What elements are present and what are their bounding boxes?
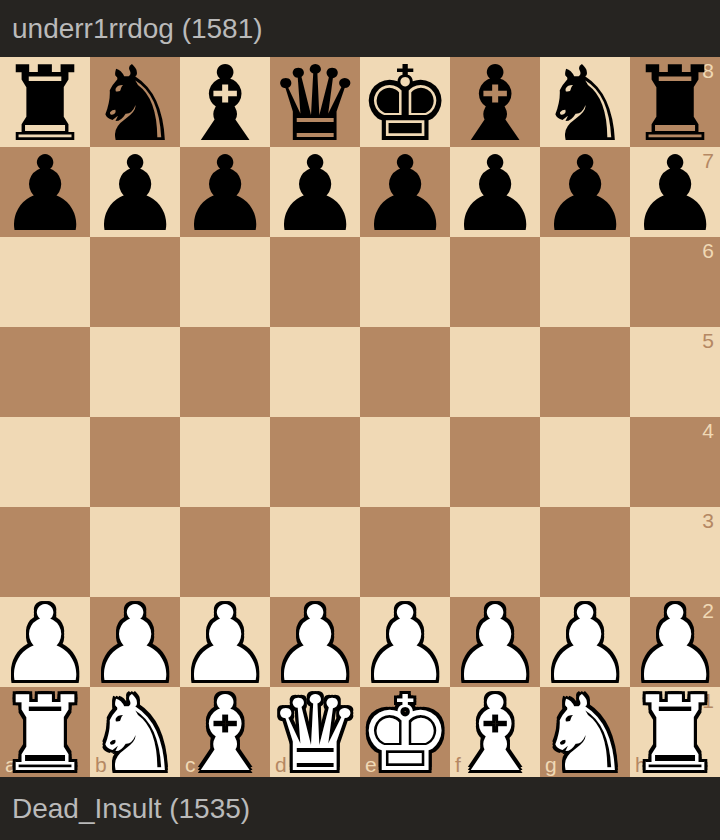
square-h4[interactable]: 4	[630, 417, 720, 507]
square-h7[interactable]: 7♟	[630, 147, 720, 237]
square-g4[interactable]	[540, 417, 630, 507]
square-c6[interactable]	[180, 237, 270, 327]
player-top-label: underr1rrdog (1581)	[12, 13, 263, 45]
square-a1[interactable]: a♜	[0, 687, 90, 777]
square-c5[interactable]	[180, 327, 270, 417]
black-pawn[interactable]: ♟	[628, 149, 720, 239]
square-g6[interactable]	[540, 237, 630, 327]
square-b7[interactable]: ♟	[90, 147, 180, 237]
square-g1[interactable]: g♞	[540, 687, 630, 777]
black-pawn[interactable]: ♟	[358, 149, 451, 239]
square-c1[interactable]: c♝	[180, 687, 270, 777]
square-d5[interactable]	[270, 327, 360, 417]
player-bottom-label: Dead_Insult (1535)	[12, 793, 250, 825]
square-g5[interactable]	[540, 327, 630, 417]
white-king[interactable]: ♚	[358, 689, 451, 779]
square-f5[interactable]	[450, 327, 540, 417]
black-pawn[interactable]: ♟	[0, 149, 92, 239]
square-f6[interactable]	[450, 237, 540, 327]
square-f4[interactable]	[450, 417, 540, 507]
white-queen[interactable]: ♛	[268, 689, 361, 779]
chess-board: ♜♞♝♛♚♝♞8♜♟♟♟♟♟♟♟7♟6543♟♟♟♟♟♟♟2♟a♜b♞c♝d♛e…	[0, 57, 720, 777]
white-rook[interactable]: ♜	[0, 689, 92, 779]
square-h1[interactable]: 1h♜	[630, 687, 720, 777]
white-bishop[interactable]: ♝	[448, 689, 541, 779]
rank-label-4: 4	[702, 420, 714, 441]
black-pawn[interactable]: ♟	[538, 149, 631, 239]
square-a7[interactable]: ♟	[0, 147, 90, 237]
white-rook[interactable]: ♜	[628, 689, 720, 779]
square-d6[interactable]	[270, 237, 360, 327]
rank-label-3: 3	[702, 510, 714, 531]
square-c7[interactable]: ♟	[180, 147, 270, 237]
white-knight[interactable]: ♞	[538, 689, 631, 779]
square-f1[interactable]: f♝	[450, 687, 540, 777]
black-pawn[interactable]: ♟	[178, 149, 271, 239]
black-pawn[interactable]: ♟	[88, 149, 181, 239]
square-d1[interactable]: d♛	[270, 687, 360, 777]
square-e1[interactable]: e♚	[360, 687, 450, 777]
square-a4[interactable]	[0, 417, 90, 507]
rank-label-5: 5	[702, 330, 714, 351]
white-knight[interactable]: ♞	[88, 689, 181, 779]
square-b1[interactable]: b♞	[90, 687, 180, 777]
square-g7[interactable]: ♟	[540, 147, 630, 237]
rank-label-6: 6	[702, 240, 714, 261]
square-e6[interactable]	[360, 237, 450, 327]
black-pawn[interactable]: ♟	[268, 149, 361, 239]
square-e4[interactable]	[360, 417, 450, 507]
square-h5[interactable]: 5	[630, 327, 720, 417]
black-pawn[interactable]: ♟	[448, 149, 541, 239]
square-a5[interactable]	[0, 327, 90, 417]
white-bishop[interactable]: ♝	[178, 689, 271, 779]
square-b6[interactable]	[90, 237, 180, 327]
square-b5[interactable]	[90, 327, 180, 417]
square-a6[interactable]	[0, 237, 90, 327]
square-b4[interactable]	[90, 417, 180, 507]
square-e7[interactable]: ♟	[360, 147, 450, 237]
square-h6[interactable]: 6	[630, 237, 720, 327]
square-d7[interactable]: ♟	[270, 147, 360, 237]
square-c4[interactable]	[180, 417, 270, 507]
square-d4[interactable]	[270, 417, 360, 507]
square-f7[interactable]: ♟	[450, 147, 540, 237]
square-e5[interactable]	[360, 327, 450, 417]
